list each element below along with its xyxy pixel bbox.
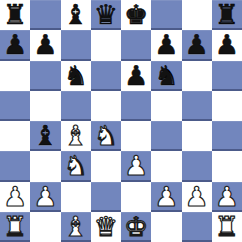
square-h5[interactable] xyxy=(212,91,242,121)
square-c8[interactable]: ♝ xyxy=(61,0,91,30)
square-a2[interactable]: ♟ xyxy=(0,182,30,212)
square-d6[interactable] xyxy=(91,61,121,91)
white-rook[interactable]: ♜ xyxy=(3,212,27,242)
square-a1[interactable]: ♜ xyxy=(0,212,30,242)
square-b2[interactable]: ♟ xyxy=(30,182,60,212)
white-rook[interactable]: ♜ xyxy=(215,212,239,242)
square-f2[interactable]: ♟ xyxy=(151,182,181,212)
black-knight[interactable]: ♞ xyxy=(154,61,178,91)
black-pawn[interactable]: ♟ xyxy=(215,30,239,60)
square-g3[interactable] xyxy=(182,151,212,181)
white-pawn[interactable]: ♟ xyxy=(33,182,57,212)
square-f5[interactable] xyxy=(151,91,181,121)
square-a8[interactable]: ♜ xyxy=(0,0,30,30)
square-e4[interactable] xyxy=(121,121,151,151)
black-pawn[interactable]: ♟ xyxy=(124,61,148,91)
square-g7[interactable]: ♟ xyxy=(182,30,212,60)
square-g4[interactable] xyxy=(182,121,212,151)
black-pawn[interactable]: ♟ xyxy=(33,30,57,60)
square-e7[interactable] xyxy=(121,30,151,60)
black-king[interactable]: ♚ xyxy=(124,0,148,30)
square-a5[interactable] xyxy=(0,91,30,121)
square-c7[interactable] xyxy=(61,30,91,60)
black-rook[interactable]: ♜ xyxy=(3,0,27,30)
square-h2[interactable]: ♟ xyxy=(212,182,242,212)
square-d1[interactable]: ♛ xyxy=(91,212,121,242)
square-g1[interactable] xyxy=(182,212,212,242)
square-c4[interactable]: ♝ xyxy=(61,121,91,151)
square-b5[interactable] xyxy=(30,91,60,121)
square-b4[interactable]: ♝ xyxy=(30,121,60,151)
square-h8[interactable]: ♜ xyxy=(212,0,242,30)
square-e1[interactable]: ♚ xyxy=(121,212,151,242)
black-rook[interactable]: ♜ xyxy=(215,0,239,30)
square-h7[interactable]: ♟ xyxy=(212,30,242,60)
white-pawn[interactable]: ♟ xyxy=(215,182,239,212)
black-pawn[interactable]: ♟ xyxy=(154,30,178,60)
black-pawn[interactable]: ♟ xyxy=(3,30,27,60)
chess-board: ♜♝♛♚♜♟♟♟♟♟♞♟♞♝♝♞♞♟♟♟♟♟♟♜♝♛♚♜ xyxy=(0,0,242,242)
black-bishop[interactable]: ♝ xyxy=(64,0,88,30)
square-g6[interactable] xyxy=(182,61,212,91)
square-b1[interactable] xyxy=(30,212,60,242)
square-c3[interactable]: ♞ xyxy=(61,151,91,181)
square-b7[interactable]: ♟ xyxy=(30,30,60,60)
square-f7[interactable]: ♟ xyxy=(151,30,181,60)
square-f1[interactable] xyxy=(151,212,181,242)
white-bishop[interactable]: ♝ xyxy=(64,121,88,151)
square-e2[interactable] xyxy=(121,182,151,212)
square-f3[interactable] xyxy=(151,151,181,181)
square-d2[interactable] xyxy=(91,182,121,212)
black-bishop[interactable]: ♝ xyxy=(33,121,57,151)
square-c2[interactable] xyxy=(61,182,91,212)
square-f4[interactable] xyxy=(151,121,181,151)
square-g2[interactable]: ♟ xyxy=(182,182,212,212)
black-knight[interactable]: ♞ xyxy=(64,61,88,91)
white-bishop[interactable]: ♝ xyxy=(64,212,88,242)
square-a6[interactable] xyxy=(0,61,30,91)
square-c1[interactable]: ♝ xyxy=(61,212,91,242)
white-king[interactable]: ♚ xyxy=(124,212,148,242)
square-a4[interactable] xyxy=(0,121,30,151)
square-d7[interactable] xyxy=(91,30,121,60)
black-queen[interactable]: ♛ xyxy=(94,0,118,30)
square-g5[interactable] xyxy=(182,91,212,121)
square-d5[interactable] xyxy=(91,91,121,121)
square-a7[interactable]: ♟ xyxy=(0,30,30,60)
white-pawn[interactable]: ♟ xyxy=(124,151,148,181)
square-h4[interactable] xyxy=(212,121,242,151)
white-knight[interactable]: ♞ xyxy=(64,151,88,181)
square-e8[interactable]: ♚ xyxy=(121,0,151,30)
square-d8[interactable]: ♛ xyxy=(91,0,121,30)
square-a3[interactable] xyxy=(0,151,30,181)
square-d3[interactable] xyxy=(91,151,121,181)
square-h6[interactable] xyxy=(212,61,242,91)
square-e3[interactable]: ♟ xyxy=(121,151,151,181)
white-queen[interactable]: ♛ xyxy=(94,212,118,242)
white-pawn[interactable]: ♟ xyxy=(3,182,27,212)
square-b6[interactable] xyxy=(30,61,60,91)
black-pawn[interactable]: ♟ xyxy=(185,30,209,60)
square-d4[interactable]: ♞ xyxy=(91,121,121,151)
square-g8[interactable] xyxy=(182,0,212,30)
square-h1[interactable]: ♜ xyxy=(212,212,242,242)
square-f6[interactable]: ♞ xyxy=(151,61,181,91)
square-e5[interactable] xyxy=(121,91,151,121)
square-c6[interactable]: ♞ xyxy=(61,61,91,91)
square-f8[interactable] xyxy=(151,0,181,30)
square-b3[interactable] xyxy=(30,151,60,181)
white-knight[interactable]: ♞ xyxy=(94,121,118,151)
white-pawn[interactable]: ♟ xyxy=(154,182,178,212)
square-e6[interactable]: ♟ xyxy=(121,61,151,91)
square-b8[interactable] xyxy=(30,0,60,30)
white-pawn[interactable]: ♟ xyxy=(185,182,209,212)
square-h3[interactable] xyxy=(212,151,242,181)
square-c5[interactable] xyxy=(61,91,91,121)
